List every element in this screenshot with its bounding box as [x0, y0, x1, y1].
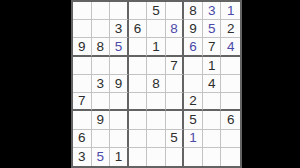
cell-r4c8[interactable]: 1: [203, 57, 222, 75]
cell-r8c9[interactable]: [221, 130, 240, 148]
cell-r8c7[interactable]: 1: [184, 130, 203, 148]
cell-r6c2[interactable]: [92, 93, 111, 111]
cell-r1c3[interactable]: [110, 2, 129, 20]
cell-r3c7[interactable]: 6: [184, 38, 203, 56]
cell-r2c1[interactable]: [73, 20, 92, 38]
cell-r1c6[interactable]: [166, 2, 185, 20]
cell-r9c2[interactable]: 5: [92, 148, 111, 166]
cell-r4c3[interactable]: [110, 57, 129, 75]
cell-r2c2[interactable]: [92, 20, 111, 38]
cell-r7c3[interactable]: [110, 111, 129, 129]
cell-r6c8[interactable]: [203, 93, 222, 111]
cell-r1c8[interactable]: 3: [203, 2, 222, 20]
cell-r9c6[interactable]: [166, 148, 185, 166]
cell-r7c2[interactable]: 9: [92, 111, 111, 129]
cell-r9c5[interactable]: [147, 148, 166, 166]
cell-r8c6[interactable]: 5: [166, 130, 185, 148]
cell-r7c7[interactable]: 5: [184, 111, 203, 129]
cell-r7c9[interactable]: 6: [221, 111, 240, 129]
cell-r6c6[interactable]: [166, 93, 185, 111]
cell-r5c2[interactable]: 3: [92, 75, 111, 93]
cell-r3c5[interactable]: 1: [147, 38, 166, 56]
cell-r9c9[interactable]: [221, 148, 240, 166]
cell-r9c8[interactable]: [203, 148, 222, 166]
cell-r5c6[interactable]: [166, 75, 185, 93]
cell-r7c8[interactable]: [203, 111, 222, 129]
cell-r3c6[interactable]: [166, 38, 185, 56]
cell-r1c4[interactable]: [129, 2, 148, 20]
cell-r2c3[interactable]: 3: [110, 20, 129, 38]
cell-r7c5[interactable]: [147, 111, 166, 129]
cell-r1c9[interactable]: 1: [221, 2, 240, 20]
sudoku-board: 5831368952985167471398472956651351: [71, 0, 242, 168]
cell-r6c4[interactable]: [129, 93, 148, 111]
cell-r7c4[interactable]: [129, 111, 148, 129]
cell-r3c3[interactable]: 5: [110, 38, 129, 56]
cell-r4c2[interactable]: [92, 57, 111, 75]
cell-r6c9[interactable]: [221, 93, 240, 111]
cell-r6c5[interactable]: [147, 93, 166, 111]
cell-r1c7[interactable]: 8: [184, 2, 203, 20]
cell-r8c2[interactable]: [92, 130, 111, 148]
cell-r2c8[interactable]: 5: [203, 20, 222, 38]
cell-r9c7[interactable]: [184, 148, 203, 166]
cell-r5c8[interactable]: 4: [203, 75, 222, 93]
cell-r4c9[interactable]: [221, 57, 240, 75]
cell-r8c8[interactable]: [203, 130, 222, 148]
cell-r2c5[interactable]: [147, 20, 166, 38]
cell-r5c7[interactable]: [184, 75, 203, 93]
cell-r6c3[interactable]: [110, 93, 129, 111]
cell-r2c4[interactable]: 6: [129, 20, 148, 38]
cell-r8c5[interactable]: [147, 130, 166, 148]
cell-r8c3[interactable]: [110, 130, 129, 148]
cell-r2c9[interactable]: 2: [221, 20, 240, 38]
cell-r5c1[interactable]: [73, 75, 92, 93]
cell-r6c7[interactable]: 2: [184, 93, 203, 111]
cell-r9c4[interactable]: [129, 148, 148, 166]
cell-r4c1[interactable]: [73, 57, 92, 75]
cell-r1c2[interactable]: [92, 2, 111, 20]
cell-r4c6[interactable]: 7: [166, 57, 185, 75]
cell-r3c2[interactable]: 8: [92, 38, 111, 56]
cell-r3c9[interactable]: 4: [221, 38, 240, 56]
cell-r3c8[interactable]: 7: [203, 38, 222, 56]
cell-r7c6[interactable]: [166, 111, 185, 129]
cell-r2c6[interactable]: 8: [166, 20, 185, 38]
letterbox-left: [0, 0, 71, 168]
cell-r5c9[interactable]: [221, 75, 240, 93]
letterbox-right: [242, 0, 300, 168]
cell-r1c5[interactable]: 5: [147, 2, 166, 20]
cell-r8c4[interactable]: [129, 130, 148, 148]
cell-r9c1[interactable]: 3: [73, 148, 92, 166]
cell-r9c3[interactable]: 1: [110, 148, 129, 166]
cell-r6c1[interactable]: 7: [73, 93, 92, 111]
cell-r5c4[interactable]: [129, 75, 148, 93]
cell-r4c7[interactable]: [184, 57, 203, 75]
cell-r8c1[interactable]: 6: [73, 130, 92, 148]
cell-r3c4[interactable]: [129, 38, 148, 56]
cell-r1c1[interactable]: [73, 2, 92, 20]
cell-r2c7[interactable]: 9: [184, 20, 203, 38]
cell-r5c3[interactable]: 9: [110, 75, 129, 93]
cell-r4c4[interactable]: [129, 57, 148, 75]
cell-r4c5[interactable]: [147, 57, 166, 75]
cell-r3c1[interactable]: 9: [73, 38, 92, 56]
cell-r5c5[interactable]: 8: [147, 75, 166, 93]
cell-r7c1[interactable]: [73, 111, 92, 129]
